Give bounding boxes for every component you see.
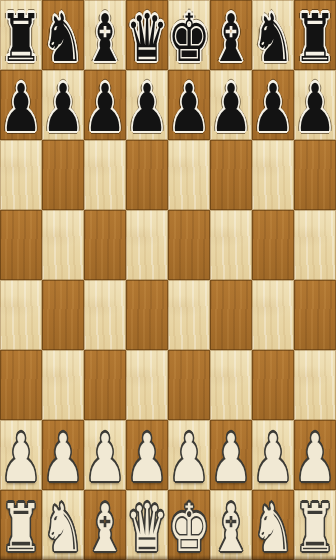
square-g6[interactable] — [252, 140, 294, 210]
square-h7[interactable]: ♟ — [294, 70, 336, 140]
square-b1[interactable]: ♞ — [42, 490, 84, 560]
square-h4[interactable] — [294, 280, 336, 350]
piece-white-rook[interactable]: ♜ — [292, 476, 336, 560]
square-g4[interactable] — [252, 280, 294, 350]
square-f5[interactable] — [210, 210, 252, 280]
square-d4[interactable] — [126, 280, 168, 350]
piece-white-knight[interactable]: ♞ — [40, 476, 85, 560]
square-h1[interactable]: ♜ — [294, 490, 336, 560]
square-f6[interactable] — [210, 140, 252, 210]
square-c6[interactable] — [84, 140, 126, 210]
square-a1[interactable]: ♜ — [0, 490, 42, 560]
square-f1[interactable]: ♝ — [210, 490, 252, 560]
square-a6[interactable] — [0, 140, 42, 210]
piece-white-knight[interactable]: ♞ — [250, 476, 295, 560]
square-c1[interactable]: ♝ — [84, 490, 126, 560]
square-a5[interactable] — [0, 210, 42, 280]
piece-white-rook[interactable]: ♜ — [0, 476, 44, 560]
piece-white-king[interactable]: ♚ — [166, 476, 211, 560]
square-e1[interactable]: ♚ — [168, 490, 210, 560]
square-b4[interactable] — [42, 280, 84, 350]
square-d1[interactable]: ♛ — [126, 490, 168, 560]
square-e5[interactable] — [168, 210, 210, 280]
square-d5[interactable] — [126, 210, 168, 280]
square-g7[interactable]: ♟ — [252, 70, 294, 140]
square-f7[interactable]: ♟ — [210, 70, 252, 140]
square-c4[interactable] — [84, 280, 126, 350]
piece-white-bishop[interactable]: ♝ — [82, 476, 127, 560]
square-c5[interactable] — [84, 210, 126, 280]
square-b7[interactable]: ♟ — [42, 70, 84, 140]
piece-white-bishop[interactable]: ♝ — [208, 476, 253, 560]
square-e7[interactable]: ♟ — [168, 70, 210, 140]
square-c7[interactable]: ♟ — [84, 70, 126, 140]
square-h5[interactable] — [294, 210, 336, 280]
square-e4[interactable] — [168, 280, 210, 350]
square-d7[interactable]: ♟ — [126, 70, 168, 140]
square-d6[interactable] — [126, 140, 168, 210]
square-b6[interactable] — [42, 140, 84, 210]
square-g1[interactable]: ♞ — [252, 490, 294, 560]
square-a4[interactable] — [0, 280, 42, 350]
square-f4[interactable] — [210, 280, 252, 350]
piece-white-queen[interactable]: ♛ — [124, 476, 169, 560]
chess-board: ♜♞♝♛♚♝♞♜♟♟♟♟♟♟♟♟♟♟♟♟♟♟♟♟♜♞♝♛♚♝♞♜ — [0, 0, 336, 560]
square-h6[interactable] — [294, 140, 336, 210]
square-g5[interactable] — [252, 210, 294, 280]
square-b5[interactable] — [42, 210, 84, 280]
square-e6[interactable] — [168, 140, 210, 210]
square-a7[interactable]: ♟ — [0, 70, 42, 140]
